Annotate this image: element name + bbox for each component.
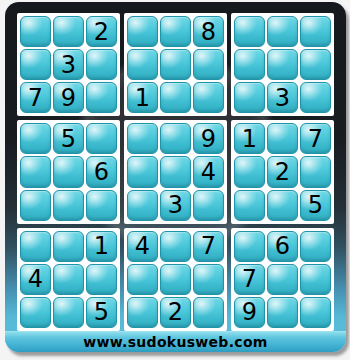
sudoku-box-5: 943 <box>124 120 227 223</box>
given-digit: 7 <box>308 127 323 151</box>
cell-r2c9[interactable] <box>300 49 331 80</box>
footer-bar: www.sudokusweb.com <box>5 331 346 352</box>
cell-r7c7[interactable] <box>234 231 265 262</box>
cell-r9c7: 9 <box>234 297 265 328</box>
cell-r6c3[interactable] <box>86 190 117 221</box>
given-digit: 3 <box>61 53 76 77</box>
sudoku-box-3: 3 <box>231 13 334 116</box>
cell-r2c5[interactable] <box>160 49 191 80</box>
cell-r5c7[interactable] <box>234 156 265 187</box>
cell-r4c9: 7 <box>300 123 331 154</box>
given-digit: 4 <box>201 160 216 184</box>
sudoku-box-2: 81 <box>124 13 227 116</box>
cell-r7c3: 1 <box>86 231 117 262</box>
cell-r4c1[interactable] <box>20 123 51 154</box>
cell-r8c9[interactable] <box>300 264 331 295</box>
given-digit: 1 <box>94 234 109 258</box>
cell-r8c3[interactable] <box>86 264 117 295</box>
given-digit: 4 <box>135 234 150 258</box>
cell-r7c2[interactable] <box>53 231 84 262</box>
cell-r4c2: 5 <box>53 123 84 154</box>
cell-r9c4[interactable] <box>127 297 158 328</box>
cell-r3c7[interactable] <box>234 82 265 113</box>
given-digit: 9 <box>201 127 216 151</box>
cell-r9c5: 2 <box>160 297 191 328</box>
cell-r4c3[interactable] <box>86 123 117 154</box>
cell-r8c2[interactable] <box>53 264 84 295</box>
given-digit: 9 <box>242 300 257 324</box>
cell-r9c3: 5 <box>86 297 117 328</box>
cell-r4c5[interactable] <box>160 123 191 154</box>
cell-r3c8: 3 <box>267 82 298 113</box>
cell-r1c7[interactable] <box>234 16 265 47</box>
cell-r7c4: 4 <box>127 231 158 262</box>
cell-r7c9[interactable] <box>300 231 331 262</box>
cell-r7c6: 7 <box>193 231 224 262</box>
cell-r6c7[interactable] <box>234 190 265 221</box>
cell-r2c7[interactable] <box>234 49 265 80</box>
sudoku-box-1: 2379 <box>17 13 120 116</box>
cell-r1c5[interactable] <box>160 16 191 47</box>
cell-r8c1: 4 <box>20 264 51 295</box>
cell-r8c6[interactable] <box>193 264 224 295</box>
screenshot-stage: 2379813569431725145472679 www.sudokusweb… <box>0 0 350 360</box>
cell-r5c2[interactable] <box>53 156 84 187</box>
cell-r8c7: 7 <box>234 264 265 295</box>
cell-r5c4[interactable] <box>127 156 158 187</box>
cell-r6c5: 3 <box>160 190 191 221</box>
given-digit: 1 <box>242 127 257 151</box>
cell-r5c3: 6 <box>86 156 117 187</box>
cell-r8c5[interactable] <box>160 264 191 295</box>
cell-r7c1[interactable] <box>20 231 51 262</box>
cell-r2c4[interactable] <box>127 49 158 80</box>
sudoku-board: 2379813569431725145472679 www.sudokusweb… <box>5 2 346 352</box>
cell-r5c1[interactable] <box>20 156 51 187</box>
cell-r5c9[interactable] <box>300 156 331 187</box>
sudoku-grid: 2379813569431725145472679 <box>17 13 334 331</box>
cell-r9c1[interactable] <box>20 297 51 328</box>
given-digit: 5 <box>61 127 76 151</box>
sudoku-box-7: 145 <box>17 228 120 331</box>
sudoku-box-6: 1725 <box>231 120 334 223</box>
cell-r6c9: 5 <box>300 190 331 221</box>
given-digit: 8 <box>201 20 216 44</box>
cell-r3c6[interactable] <box>193 82 224 113</box>
sudoku-box-4: 56 <box>17 120 120 223</box>
given-digit: 7 <box>201 234 216 258</box>
cell-r4c4[interactable] <box>127 123 158 154</box>
given-digit: 2 <box>168 300 183 324</box>
cell-r9c6[interactable] <box>193 297 224 328</box>
given-digit: 2 <box>275 160 290 184</box>
cell-r9c8[interactable] <box>267 297 298 328</box>
given-digit: 6 <box>94 160 109 184</box>
cell-r3c4: 1 <box>127 82 158 113</box>
cell-r8c8[interactable] <box>267 264 298 295</box>
cell-r2c3[interactable] <box>86 49 117 80</box>
cell-r1c2[interactable] <box>53 16 84 47</box>
given-digit: 5 <box>308 193 323 217</box>
given-digit: 5 <box>94 300 109 324</box>
cell-r6c8[interactable] <box>267 190 298 221</box>
cell-r6c6[interactable] <box>193 190 224 221</box>
cell-r4c8[interactable] <box>267 123 298 154</box>
given-digit: 3 <box>168 193 183 217</box>
cell-r2c1[interactable] <box>20 49 51 80</box>
given-digit: 9 <box>61 86 76 110</box>
cell-r8c4[interactable] <box>127 264 158 295</box>
cell-r6c4[interactable] <box>127 190 158 221</box>
cell-r6c1[interactable] <box>20 190 51 221</box>
cell-r1c1[interactable] <box>20 16 51 47</box>
given-digit: 4 <box>28 267 43 291</box>
cell-r4c6: 9 <box>193 123 224 154</box>
cell-r9c2[interactable] <box>53 297 84 328</box>
given-digit: 1 <box>135 86 150 110</box>
cell-r3c9[interactable] <box>300 82 331 113</box>
cell-r1c8[interactable] <box>267 16 298 47</box>
given-digit: 3 <box>275 86 290 110</box>
given-digit: 7 <box>28 86 43 110</box>
cell-r3c5[interactable] <box>160 82 191 113</box>
cell-r9c9[interactable] <box>300 297 331 328</box>
sudoku-box-9: 679 <box>231 228 334 331</box>
cell-r7c8: 6 <box>267 231 298 262</box>
cell-r5c8: 2 <box>267 156 298 187</box>
cell-r2c6[interactable] <box>193 49 224 80</box>
site-link[interactable]: www.sudokusweb.com <box>83 334 267 350</box>
cell-r1c3: 2 <box>86 16 117 47</box>
cell-r2c2: 3 <box>53 49 84 80</box>
cell-r1c9[interactable] <box>300 16 331 47</box>
cell-r3c2: 9 <box>53 82 84 113</box>
given-digit: 2 <box>94 20 109 44</box>
cell-r1c6: 8 <box>193 16 224 47</box>
cell-r3c3[interactable] <box>86 82 117 113</box>
cell-r3c1: 7 <box>20 82 51 113</box>
cell-r4c7: 1 <box>234 123 265 154</box>
given-digit: 6 <box>275 234 290 258</box>
cell-r7c5[interactable] <box>160 231 191 262</box>
cell-r5c5[interactable] <box>160 156 191 187</box>
cell-r2c8[interactable] <box>267 49 298 80</box>
given-digit: 7 <box>242 267 257 291</box>
cell-r6c2[interactable] <box>53 190 84 221</box>
cell-r1c4[interactable] <box>127 16 158 47</box>
sudoku-box-8: 472 <box>124 228 227 331</box>
cell-r5c6: 4 <box>193 156 224 187</box>
